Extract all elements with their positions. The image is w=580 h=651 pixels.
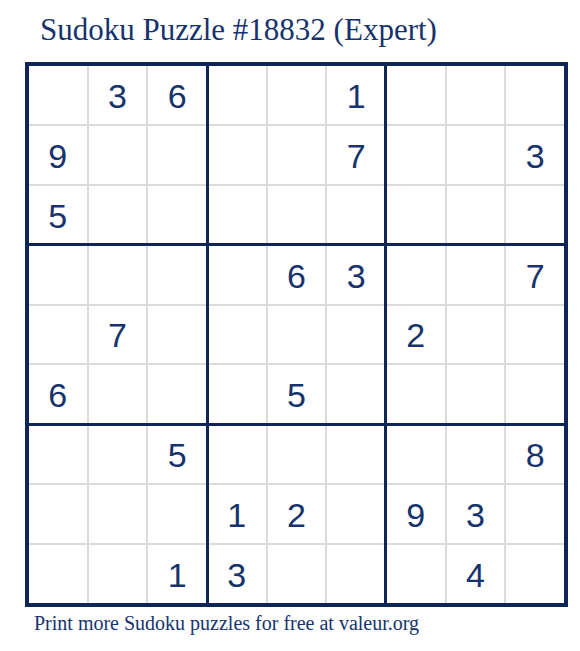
cell-r2c5: [268, 126, 326, 184]
cell-r1c4: [208, 66, 266, 124]
cell-r6c1: 6: [29, 365, 87, 423]
cell-r2c3: [148, 126, 206, 184]
cell-r3c6: [327, 186, 385, 244]
cell-r1c5: [268, 66, 326, 124]
cell-r3c9: [506, 186, 564, 244]
box-divider-horizontal-2: [29, 423, 564, 426]
cell-r8c6: [327, 485, 385, 543]
cell-r1c2: 3: [89, 66, 147, 124]
cell-r5c3: [148, 306, 206, 364]
cell-r7c6: [327, 425, 385, 483]
footer-text: Print more Sudoku puzzles for free at va…: [34, 612, 419, 635]
cell-r9c1: [29, 545, 87, 603]
cell-r7c2: [89, 425, 147, 483]
cell-r9c7: [387, 545, 445, 603]
box-divider-vertical-2: [384, 66, 387, 603]
cell-r9c8: 4: [447, 545, 505, 603]
cell-r4c9: 7: [506, 246, 564, 304]
cell-r9c3: 1: [148, 545, 206, 603]
cell-r2c6: 7: [327, 126, 385, 184]
cell-r3c4: [208, 186, 266, 244]
cell-r8c8: 3: [447, 485, 505, 543]
cell-r4c1: [29, 246, 87, 304]
cell-r1c8: [447, 66, 505, 124]
box-divider-horizontal-1: [29, 243, 564, 246]
cell-r8c3: [148, 485, 206, 543]
cell-r6c9: [506, 365, 564, 423]
cell-r4c4: [208, 246, 266, 304]
cell-r9c6: [327, 545, 385, 603]
cell-r7c7: [387, 425, 445, 483]
cell-r6c5: 5: [268, 365, 326, 423]
cell-r7c9: 8: [506, 425, 564, 483]
cell-r6c7: [387, 365, 445, 423]
cell-r7c8: [447, 425, 505, 483]
cell-r4c3: [148, 246, 206, 304]
cell-r9c4: 3: [208, 545, 266, 603]
box-divider-vertical-1: [206, 66, 209, 603]
cell-r5c9: [506, 306, 564, 364]
cell-r3c2: [89, 186, 147, 244]
cell-r7c4: [208, 425, 266, 483]
cell-r8c1: [29, 485, 87, 543]
sudoku-grid: 36197356377265581293134: [29, 66, 564, 603]
page-title: Sudoku Puzzle #18832 (Expert): [40, 12, 437, 48]
cell-r8c5: 2: [268, 485, 326, 543]
cell-r2c9: 3: [506, 126, 564, 184]
cell-r5c4: [208, 306, 266, 364]
cell-r9c9: [506, 545, 564, 603]
cell-r3c3: [148, 186, 206, 244]
cell-r9c2: [89, 545, 147, 603]
cell-r3c1: 5: [29, 186, 87, 244]
cell-r5c8: [447, 306, 505, 364]
cell-r6c4: [208, 365, 266, 423]
cell-r1c7: [387, 66, 445, 124]
cell-r2c8: [447, 126, 505, 184]
cell-r8c9: [506, 485, 564, 543]
cell-r7c5: [268, 425, 326, 483]
cell-r8c2: [89, 485, 147, 543]
cell-r4c7: [387, 246, 445, 304]
cell-r8c7: 9: [387, 485, 445, 543]
cell-r4c2: [89, 246, 147, 304]
cell-r5c7: 2: [387, 306, 445, 364]
cell-r5c6: [327, 306, 385, 364]
cell-r6c8: [447, 365, 505, 423]
cell-r8c4: 1: [208, 485, 266, 543]
cell-r2c1: 9: [29, 126, 87, 184]
cell-r4c8: [447, 246, 505, 304]
cell-r2c7: [387, 126, 445, 184]
cell-r3c5: [268, 186, 326, 244]
cell-r5c2: 7: [89, 306, 147, 364]
cell-r9c5: [268, 545, 326, 603]
cell-r3c7: [387, 186, 445, 244]
cell-r1c1: [29, 66, 87, 124]
cell-r7c3: 5: [148, 425, 206, 483]
cell-r1c6: 1: [327, 66, 385, 124]
cell-r5c5: [268, 306, 326, 364]
cell-r1c3: 6: [148, 66, 206, 124]
cell-r6c3: [148, 365, 206, 423]
cell-r4c6: 3: [327, 246, 385, 304]
cell-r5c1: [29, 306, 87, 364]
cell-r2c2: [89, 126, 147, 184]
sudoku-board: 36197356377265581293134: [25, 62, 568, 607]
cell-r3c8: [447, 186, 505, 244]
cell-r4c5: 6: [268, 246, 326, 304]
cell-r1c9: [506, 66, 564, 124]
cell-r2c4: [208, 126, 266, 184]
cell-r7c1: [29, 425, 87, 483]
cell-r6c6: [327, 365, 385, 423]
cell-r6c2: [89, 365, 147, 423]
